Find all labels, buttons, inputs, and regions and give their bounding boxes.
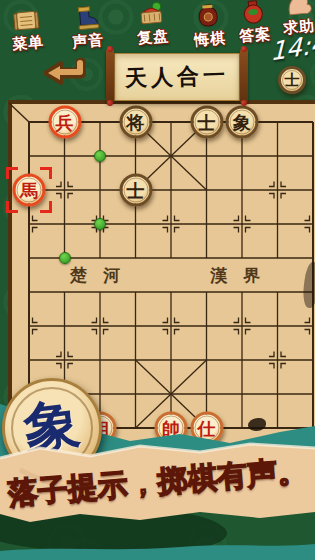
decor-piece-char: 象	[20, 387, 85, 469]
back-arrow-icon[interactable]	[44, 56, 86, 94]
captured-piece: 士	[278, 66, 306, 94]
toolbar-item-replay[interactable]: 复盘	[126, 0, 178, 49]
toolbar-item-menu[interactable]: 菜单	[1, 4, 53, 55]
move-hint-dot[interactable]	[94, 150, 106, 162]
scroll-roller-right	[240, 49, 248, 103]
board-piece[interactable]: 士	[190, 106, 223, 139]
jar-icon	[183, 0, 233, 32]
board-piece[interactable]: 将	[119, 106, 152, 139]
scroll-icon	[1, 4, 51, 36]
banner-paper: 天人合一	[114, 53, 240, 101]
move-hint-dot[interactable]	[59, 252, 71, 264]
board-piece[interactable]: 士	[119, 174, 152, 207]
boot-icon	[61, 2, 111, 34]
board-piece[interactable]: 仕	[190, 412, 223, 445]
board-piece[interactable]: 兵	[48, 106, 81, 139]
toolbar-item-undo[interactable]: 悔棋	[183, 0, 235, 51]
level-title: 天人合一	[125, 60, 230, 94]
board-piece[interactable]: 馬	[13, 174, 46, 207]
board-piece[interactable]: 帥	[155, 412, 188, 445]
toolbar-item-sound[interactable]: 声音	[61, 2, 113, 53]
decor-elephant-piece: 象	[2, 378, 102, 478]
board-piece[interactable]: 象	[226, 106, 259, 139]
level-banner: 天人合一	[106, 49, 248, 103]
xiangqi-game-screen: 菜单 声音 复盘 悔棋 答案 求助 天人合一 14:4 士	[0, 0, 315, 560]
move-hint-dot[interactable]	[94, 218, 106, 230]
scroll-roller-left	[106, 49, 114, 103]
